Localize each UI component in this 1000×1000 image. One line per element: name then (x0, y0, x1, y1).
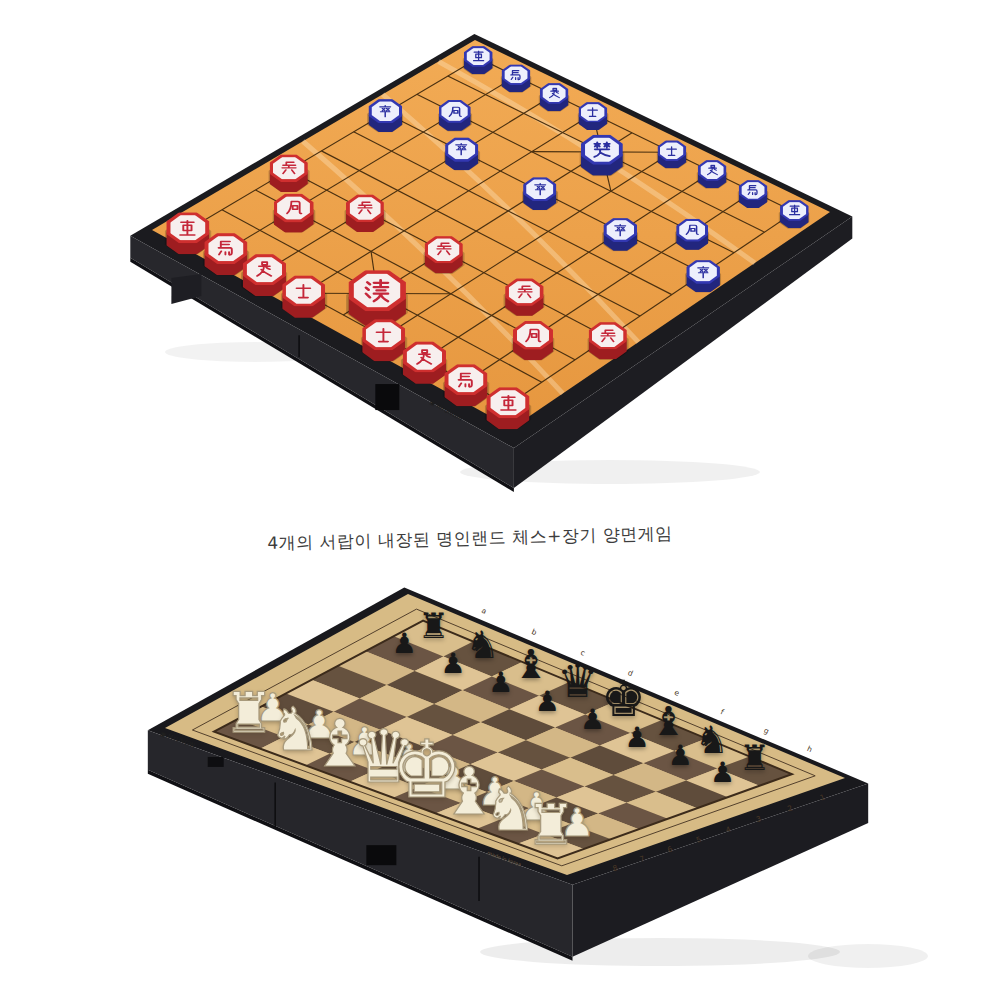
chess-piece-black-pawn[interactable]: ♟ (580, 706, 605, 734)
janggi-character-馬 (508, 69, 523, 81)
janggi-character-車 (497, 394, 519, 412)
chess-piece-black-pawn[interactable]: ♟ (488, 669, 513, 697)
janggi-piece-red-guard[interactable] (362, 319, 405, 361)
janggi-character-包 (283, 200, 304, 217)
janggi-character-車 (787, 205, 802, 217)
janggi-character-包 (684, 224, 701, 237)
chess-piece-black-knight[interactable]: ♞ (695, 721, 729, 759)
janggi-character-楚 (590, 140, 613, 159)
chess-piece-black-rook[interactable]: ♜ (418, 608, 449, 643)
janggi-character-包 (446, 105, 463, 118)
janggi-character-士 (664, 145, 679, 157)
chess-piece-black-rook[interactable]: ♜ (739, 741, 770, 776)
janggi-character-兵 (514, 284, 534, 300)
janggi-character-馬 (745, 184, 760, 196)
janggi-character-兵 (355, 200, 375, 216)
janggi-character-車 (177, 219, 199, 237)
chess-piece-black-pawn[interactable]: ♟ (668, 742, 693, 770)
janggi-character-象 (547, 87, 562, 99)
janggi-piece-blue-elephant[interactable] (698, 160, 727, 188)
janggi-piece-blue-guard[interactable] (657, 140, 686, 168)
janggi-piece-blue-soldier[interactable] (369, 99, 403, 132)
chess-piece-black-king[interactable]: ♚ (601, 674, 646, 724)
janggi-piece-red-elephant[interactable] (403, 341, 446, 383)
chess-piece-white-rook[interactable]: ♜ (526, 798, 576, 854)
janggi-character-卒 (695, 265, 712, 279)
janggi-piece-blue-horse[interactable] (502, 64, 531, 92)
janggi-character-漢 (361, 278, 393, 304)
janggi-piece-red-chariot[interactable] (166, 212, 209, 254)
chess-piece-black-knight[interactable]: ♞ (466, 626, 500, 664)
janggi-piece-red-soldier[interactable] (424, 236, 462, 274)
janggi-character-士 (585, 106, 600, 118)
janggi-character-卒 (377, 104, 394, 118)
janggi-piece-red-chariot[interactable] (486, 387, 529, 429)
janggi-piece-blue-soldier[interactable] (445, 138, 479, 171)
janggi-piece-blue-soldier[interactable] (523, 177, 557, 210)
chess-piece-black-pawn[interactable]: ♟ (392, 630, 417, 658)
chess-piece-black-pawn[interactable]: ♟ (710, 759, 735, 787)
janggi-piece-red-general[interactable] (348, 270, 405, 326)
chess-piece-black-pawn[interactable]: ♟ (535, 688, 560, 716)
janggi-character-兵 (598, 328, 618, 344)
janggi-piece-blue-soldier[interactable] (604, 218, 638, 251)
janggi-piece-red-elephant[interactable] (243, 254, 286, 296)
janggi-character-馬 (215, 240, 237, 258)
janggi-piece-blue-cannon[interactable] (676, 219, 708, 250)
janggi-piece-red-guard[interactable] (282, 275, 325, 317)
product-page: ▣ MYUNGIN 4개의 서랍이 내장된 명인랜드 체스+장기 양면게임 ab… (0, 0, 1000, 1000)
janggi-character-兵 (279, 160, 299, 176)
chess-photo: abcdefgh12345678▣ MYUNGINmade in korea ♜… (0, 0, 1000, 1000)
janggi-character-卒 (612, 223, 629, 237)
janggi-piece-blue-soldier[interactable] (686, 260, 720, 293)
janggi-character-象 (705, 164, 720, 176)
janggi-character-兵 (434, 242, 454, 258)
chess-piece-black-bishop[interactable]: ♝ (513, 644, 549, 684)
janggi-piece-red-horse[interactable] (444, 364, 487, 406)
janggi-piece-red-cannon[interactable] (274, 194, 314, 233)
janggi-piece-red-horse[interactable] (204, 233, 247, 275)
janggi-character-士 (373, 326, 395, 344)
janggi-piece-blue-cannon[interactable] (439, 100, 471, 131)
chess-piece-white-rook[interactable]: ♜ (224, 685, 274, 741)
janggi-character-象 (253, 261, 275, 279)
janggi-character-車 (471, 50, 486, 62)
janggi-character-包 (522, 327, 543, 344)
janggi-character-馬 (455, 371, 477, 389)
janggi-piece-blue-horse[interactable] (739, 180, 768, 208)
chess-piece-black-pawn[interactable]: ♟ (441, 649, 466, 677)
janggi-character-士 (293, 282, 315, 300)
janggi-piece-red-soldier[interactable] (505, 278, 543, 316)
janggi-character-卒 (531, 182, 548, 196)
chess-piece-black-pawn[interactable]: ♟ (624, 724, 649, 752)
janggi-piece-red-soldier[interactable] (589, 322, 627, 360)
janggi-piece-blue-chariot[interactable] (464, 46, 493, 74)
janggi-character-卒 (453, 143, 470, 157)
janggi-piece-blue-elephant[interactable] (540, 83, 569, 111)
janggi-piece-blue-chariot[interactable] (780, 200, 809, 228)
janggi-piece-red-cannon[interactable] (513, 321, 553, 360)
janggi-piece-red-soldier[interactable] (270, 154, 308, 192)
chess-piece-black-queen[interactable]: ♛ (557, 658, 598, 704)
janggi-character-象 (413, 348, 435, 366)
chess-pieces-layer: ♜♞♝♛♚♝♞♜♟♟♟♟♟♟♟♟♟♟♟♟♟♟♟♟♜♞♝♛♚♝♞♜ (0, 0, 1000, 1000)
janggi-piece-red-soldier[interactable] (346, 195, 384, 233)
janggi-piece-blue-guard[interactable] (578, 102, 607, 130)
chess-piece-black-bishop[interactable]: ♝ (650, 701, 686, 741)
janggi-piece-blue-general[interactable] (581, 135, 623, 176)
